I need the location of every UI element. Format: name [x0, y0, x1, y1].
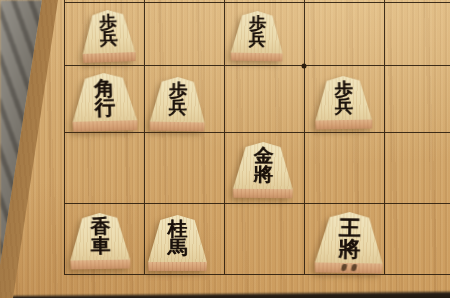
koma-front-face [150, 122, 205, 132]
piece-pawn-7f[interactable]: 歩兵 [231, 11, 284, 62]
piece-bishop-9g[interactable]: 角行 [71, 72, 137, 132]
koma-top-face: 王將 [315, 211, 384, 263]
shogi-photo-scene: 歩兵歩兵角行歩兵歩兵金將香車桂馬王將 [0, 0, 450, 298]
piece-king-6i[interactable]: 王將 [314, 211, 383, 273]
koma-front-face [231, 52, 283, 61]
koma-top-face: 歩兵 [231, 11, 284, 54]
koma-top-face: 歩兵 [81, 9, 135, 55]
koma-kanji: 車 [90, 237, 110, 256]
koma-kanji: 兵 [168, 99, 186, 116]
koma-front-face [73, 121, 138, 132]
koma-front-face [148, 262, 207, 271]
koma-body: 桂馬 [148, 215, 207, 271]
koma-top-face: 金將 [233, 142, 293, 190]
piece-pawn-6g[interactable]: 歩兵 [315, 76, 373, 130]
piece-knight-8i[interactable]: 桂馬 [148, 215, 207, 271]
koma-kanji: 兵 [248, 32, 265, 48]
koma-kanji: 兵 [334, 98, 352, 115]
koma-body: 金將 [233, 142, 293, 199]
koma-kanji: 將 [253, 166, 273, 185]
pieces-layer: 歩兵歩兵角行歩兵歩兵金將香車桂馬王將 [0, 0, 450, 298]
koma-body: 歩兵 [150, 77, 206, 132]
koma-kanji: 兵 [100, 31, 118, 48]
koma-kanji: 行 [94, 98, 115, 118]
koma-body: 角行 [71, 72, 137, 132]
maker-mark-icon [340, 264, 347, 271]
koma-front-face [233, 189, 293, 199]
koma-body: 王將 [314, 211, 383, 273]
piece-pawn-9f[interactable]: 歩兵 [81, 9, 136, 63]
maker-mark-icon [350, 265, 357, 272]
koma-kanji: 將 [338, 238, 360, 259]
koma-kanji: 馬 [168, 239, 188, 258]
piece-lance-9i[interactable]: 香車 [70, 212, 131, 269]
piece-pawn-8g[interactable]: 歩兵 [150, 77, 206, 132]
koma-body: 香車 [70, 212, 131, 269]
koma-body: 歩兵 [315, 76, 373, 130]
koma-front-face [315, 120, 372, 130]
koma-front-face [70, 259, 130, 269]
koma-body: 歩兵 [81, 9, 136, 63]
koma-top-face: 香車 [70, 212, 131, 260]
koma-body: 歩兵 [231, 11, 284, 62]
koma-top-face: 歩兵 [150, 77, 206, 123]
koma-front-face [314, 262, 382, 273]
koma-front-face [83, 52, 136, 62]
koma-top-face: 角行 [71, 72, 137, 122]
koma-top-face: 歩兵 [315, 76, 373, 122]
koma-kanji: 角 [94, 79, 115, 99]
koma-top-face: 桂馬 [148, 215, 207, 262]
piece-gold-general-7h[interactable]: 金將 [233, 142, 293, 199]
